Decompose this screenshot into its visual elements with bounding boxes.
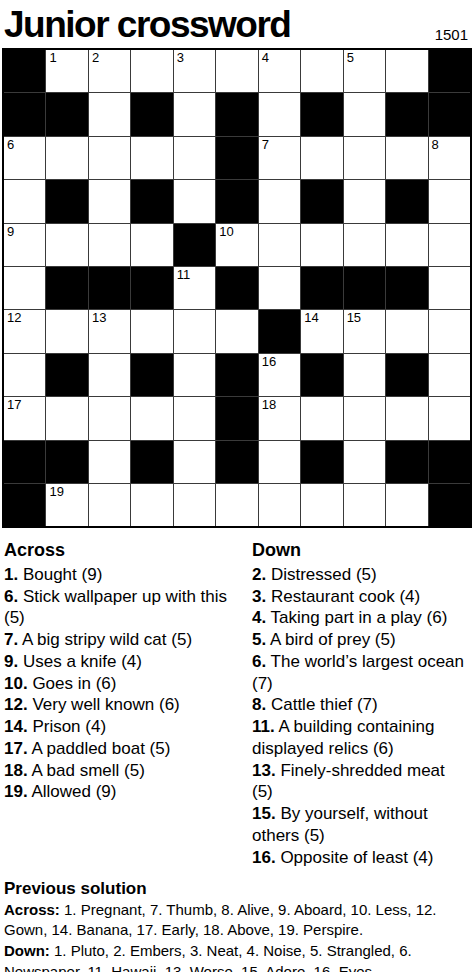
clue-across-14: 14. Prison (4) [4, 716, 247, 738]
black-cell-r7c3 [131, 354, 172, 396]
cell-r5c10[interactable] [429, 267, 470, 309]
cell-r6c0[interactable]: 12 [4, 310, 45, 352]
clue-number: 14 [304, 311, 318, 325]
black-cell-r1c0 [4, 93, 45, 135]
clue-across-17: 17. A paddled boat (5) [4, 738, 247, 760]
cell-r0c1[interactable]: 1 [46, 50, 87, 92]
clue-across-1: 1. Bought (9) [4, 564, 247, 586]
black-cell-r10c10 [429, 484, 470, 526]
crossword-grid: 12345678910111213141516171819 [4, 50, 470, 526]
clue-number: 16 [262, 355, 276, 369]
across-header: Across [4, 540, 247, 562]
black-cell-r9c3 [131, 441, 172, 483]
cell-r10c6[interactable] [259, 484, 300, 526]
cell-r0c5[interactable] [216, 50, 257, 92]
cell-r2c1[interactable] [46, 137, 87, 179]
cell-r8c10[interactable] [429, 397, 470, 439]
cell-r6c10[interactable] [429, 310, 470, 352]
down-clues: Down 2. Distressed (5) 3. Restaurant coo… [252, 540, 470, 868]
black-cell-r3c1 [46, 180, 87, 222]
black-cell-r5c5 [216, 267, 257, 309]
cell-r6c7[interactable]: 14 [301, 310, 342, 352]
cell-r8c8[interactable] [344, 397, 385, 439]
previous-solution-down: Down: 1. Pluto, 2. Embers, 3. Neat, 4. N… [4, 941, 470, 972]
black-cell-r7c9 [386, 354, 427, 396]
cell-r2c0[interactable]: 6 [4, 137, 45, 179]
cell-r8c9[interactable] [386, 397, 427, 439]
clue-across-19: 19. Allowed (9) [4, 781, 247, 803]
clue-down-3: 3. Restaurant cook (4) [252, 586, 470, 608]
clue-number: 12 [7, 311, 21, 325]
cell-r4c1[interactable] [46, 224, 87, 266]
cell-r6c2[interactable]: 13 [89, 310, 130, 352]
black-cell-r5c8 [344, 267, 385, 309]
cell-r6c4[interactable] [174, 310, 215, 352]
cell-r1c8[interactable] [344, 93, 385, 135]
clue-across-9: 9. Uses a knife (4) [4, 651, 247, 673]
cell-r8c7[interactable] [301, 397, 342, 439]
cell-r4c2[interactable] [89, 224, 130, 266]
cell-r4c8[interactable] [344, 224, 385, 266]
clue-number: 1 [49, 51, 56, 65]
cell-r4c7[interactable] [301, 224, 342, 266]
cell-r10c7[interactable] [301, 484, 342, 526]
black-cell-r1c5 [216, 93, 257, 135]
cell-r4c3[interactable] [131, 224, 172, 266]
cell-r10c4[interactable] [174, 484, 215, 526]
cell-r0c2[interactable]: 2 [89, 50, 130, 92]
cell-r10c5[interactable] [216, 484, 257, 526]
clue-down-8: 8. Cattle thief (7) [252, 694, 470, 716]
clue-number: 18 [262, 398, 276, 412]
cell-r6c9[interactable] [386, 310, 427, 352]
cell-r7c10[interactable] [429, 354, 470, 396]
clue-number: 10 [219, 225, 233, 239]
cell-r1c6[interactable] [259, 93, 300, 135]
black-cell-r5c2 [89, 267, 130, 309]
black-cell-r9c9 [386, 441, 427, 483]
clue-number: 3 [177, 51, 184, 65]
clue-number: 13 [92, 311, 106, 325]
black-cell-r1c9 [386, 93, 427, 135]
cell-r0c7[interactable] [301, 50, 342, 92]
cell-r3c4[interactable] [174, 180, 215, 222]
black-cell-r2c5 [216, 137, 257, 179]
cell-r3c10[interactable] [429, 180, 470, 222]
cell-r8c3[interactable] [131, 397, 172, 439]
clue-number: 15 [347, 311, 361, 325]
previous-solution: Previous solution Across: 1. Pregnant, 7… [0, 868, 474, 972]
black-cell-r9c0 [4, 441, 45, 483]
black-cell-r5c7 [301, 267, 342, 309]
cell-r3c8[interactable] [344, 180, 385, 222]
black-cell-r0c10 [429, 50, 470, 92]
black-cell-r7c1 [46, 354, 87, 396]
cell-r8c1[interactable] [46, 397, 87, 439]
clue-number: 2 [92, 51, 99, 65]
black-cell-r8c5 [216, 397, 257, 439]
black-cell-r9c5 [216, 441, 257, 483]
clue-down-5: 5. A bird of prey (5) [252, 629, 470, 651]
black-cell-r5c9 [386, 267, 427, 309]
cell-r0c6[interactable]: 4 [259, 50, 300, 92]
black-cell-r1c7 [301, 93, 342, 135]
down-header: Down [252, 540, 470, 562]
clue-number: 9 [7, 225, 14, 239]
cell-r2c9[interactable] [386, 137, 427, 179]
black-cell-r10c0 [4, 484, 45, 526]
black-cell-r6c6 [259, 310, 300, 352]
cell-r4c6[interactable] [259, 224, 300, 266]
cell-r2c2[interactable] [89, 137, 130, 179]
clue-down-2: 2. Distressed (5) [252, 564, 470, 586]
black-cell-r3c7 [301, 180, 342, 222]
cell-r2c3[interactable] [131, 137, 172, 179]
black-cell-r1c1 [46, 93, 87, 135]
cell-r7c2[interactable] [89, 354, 130, 396]
clue-across-7: 7. A big stripy wild cat (5) [4, 629, 247, 651]
cell-r10c1[interactable]: 19 [46, 484, 87, 526]
clue-columns: Across 1. Bought (9) 6. Stick wallpaper … [0, 528, 474, 868]
black-cell-r7c5 [216, 354, 257, 396]
black-cell-r5c3 [131, 267, 172, 309]
cell-r2c10[interactable]: 8 [429, 137, 470, 179]
masthead: Junior crossword 1501 [0, 0, 474, 48]
cell-r8c0[interactable]: 17 [4, 397, 45, 439]
clue-number: 4 [262, 51, 269, 65]
clue-across-6: 6. Stick wallpaper up with this (5) [4, 586, 247, 630]
cell-r10c3[interactable] [131, 484, 172, 526]
clue-across-12: 12. Very well known (6) [4, 694, 247, 716]
cell-r3c0[interactable] [4, 180, 45, 222]
clue-number: 11 [177, 268, 191, 282]
cell-r2c4[interactable] [174, 137, 215, 179]
black-cell-r0c0 [4, 50, 45, 92]
black-cell-r3c9 [386, 180, 427, 222]
cell-r2c7[interactable] [301, 137, 342, 179]
page-title: Junior crossword [4, 6, 290, 45]
previous-solution-header: Previous solution [4, 878, 470, 899]
cell-r4c10[interactable] [429, 224, 470, 266]
black-cell-r4c4 [174, 224, 215, 266]
black-cell-r9c10 [429, 441, 470, 483]
cell-r10c2[interactable] [89, 484, 130, 526]
cell-r4c5[interactable]: 10 [216, 224, 257, 266]
cell-r0c9[interactable] [386, 50, 427, 92]
crossword-grid-frame: 12345678910111213141516171819 [2, 48, 472, 528]
clue-across-10: 10. Goes in (6) [4, 673, 247, 695]
cell-r0c3[interactable] [131, 50, 172, 92]
cell-r3c2[interactable] [89, 180, 130, 222]
cell-r0c4[interactable]: 3 [174, 50, 215, 92]
clue-number: 5 [347, 51, 354, 65]
cell-r10c8[interactable] [344, 484, 385, 526]
black-cell-r7c7 [301, 354, 342, 396]
issue-number: 1501 [435, 26, 470, 45]
cell-r6c8[interactable]: 15 [344, 310, 385, 352]
cell-r7c0[interactable] [4, 354, 45, 396]
black-cell-r9c7 [301, 441, 342, 483]
clue-down-15: 15. By yourself, without others (5) [252, 803, 470, 847]
cell-r7c4[interactable] [174, 354, 215, 396]
cell-r9c4[interactable] [174, 441, 215, 483]
cell-r5c0[interactable] [4, 267, 45, 309]
cell-r3c6[interactable] [259, 180, 300, 222]
cell-r8c4[interactable] [174, 397, 215, 439]
clue-down-16: 16. Opposite of least (4) [252, 847, 470, 869]
clue-down-13: 13. Finely-shredded meat (5) [252, 760, 470, 804]
black-cell-r1c10 [429, 93, 470, 135]
clue-number: 19 [49, 485, 63, 499]
cell-r2c6[interactable]: 7 [259, 137, 300, 179]
clue-number: 7 [262, 138, 269, 152]
clue-across-18: 18. A bad smell (5) [4, 760, 247, 782]
black-cell-r3c3 [131, 180, 172, 222]
clue-number: 6 [7, 138, 14, 152]
clue-down-6: 6. The world’s largest ocean (7) [252, 651, 470, 695]
cell-r6c1[interactable] [46, 310, 87, 352]
cell-r4c0[interactable]: 9 [4, 224, 45, 266]
cell-r1c4[interactable] [174, 93, 215, 135]
cell-r8c6[interactable]: 18 [259, 397, 300, 439]
black-cell-r1c3 [131, 93, 172, 135]
cell-r7c6[interactable]: 16 [259, 354, 300, 396]
cell-r2c8[interactable] [344, 137, 385, 179]
previous-solution-across: Across: 1. Pregnant, 7. Thumb, 8. Alive,… [4, 900, 470, 941]
black-cell-r3c5 [216, 180, 257, 222]
cell-r0c8[interactable]: 5 [344, 50, 385, 92]
clue-number: 8 [432, 138, 439, 152]
cell-r9c8[interactable] [344, 441, 385, 483]
cell-r9c6[interactable] [259, 441, 300, 483]
cell-r6c5[interactable] [216, 310, 257, 352]
cell-r5c4[interactable]: 11 [174, 267, 215, 309]
cell-r5c6[interactable] [259, 267, 300, 309]
cell-r9c2[interactable] [89, 441, 130, 483]
cell-r4c9[interactable] [386, 224, 427, 266]
cell-r7c8[interactable] [344, 354, 385, 396]
clue-number: 17 [7, 398, 21, 412]
cell-r10c9[interactable] [386, 484, 427, 526]
black-cell-r5c1 [46, 267, 87, 309]
clue-down-11: 11. A building containing displayed reli… [252, 716, 470, 760]
cell-r6c3[interactable] [131, 310, 172, 352]
cell-r8c2[interactable] [89, 397, 130, 439]
cell-r1c2[interactable] [89, 93, 130, 135]
black-cell-r9c1 [46, 441, 87, 483]
across-clues: Across 1. Bought (9) 6. Stick wallpaper … [4, 540, 247, 868]
clue-down-4: 4. Taking part in a play (6) [252, 607, 470, 629]
